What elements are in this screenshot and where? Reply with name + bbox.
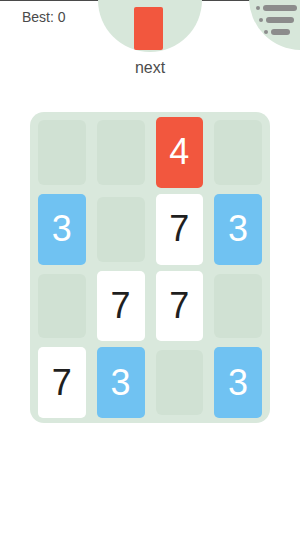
- menu-list-icon-bar: [263, 5, 297, 11]
- board-cell: [214, 274, 262, 339]
- next-tile-preview: [134, 7, 163, 50]
- tile-4[interactable]: 4: [156, 117, 204, 188]
- empty-slot: [38, 274, 86, 339]
- board-cell: 3: [38, 197, 86, 262]
- tile-7[interactable]: 7: [97, 271, 145, 342]
- board-cell: [38, 120, 86, 185]
- tile-3[interactable]: 3: [214, 347, 262, 418]
- menu-list-icon-dot: [259, 18, 263, 22]
- tile-3[interactable]: 3: [214, 194, 262, 265]
- empty-slot: [38, 120, 86, 185]
- board-cell: 3: [214, 350, 262, 415]
- board-cell: [97, 197, 145, 262]
- tile-7[interactable]: 7: [156, 271, 204, 342]
- board-cell: [38, 274, 86, 339]
- empty-slot: [97, 197, 145, 262]
- menu-list-icon-bar: [266, 17, 294, 23]
- next-label: next: [98, 59, 202, 77]
- menu-list-icon-dot: [256, 6, 260, 10]
- board-cell: 7: [97, 274, 145, 339]
- menu-list-icon-bar: [271, 29, 290, 35]
- best-score-label: Best: 0: [22, 9, 66, 25]
- board-cell: [214, 120, 262, 185]
- tile-3[interactable]: 3: [97, 347, 145, 418]
- board-cell: [97, 120, 145, 185]
- board-cell: 7: [156, 274, 204, 339]
- board-cell: 7: [38, 350, 86, 415]
- board-cell: 4: [156, 120, 204, 185]
- menu-list-icon-dot: [264, 30, 268, 34]
- board-cell: 7: [156, 197, 204, 262]
- board-cell: 3: [214, 197, 262, 262]
- tile-3[interactable]: 3: [38, 194, 86, 265]
- empty-slot: [156, 350, 204, 415]
- tile-7[interactable]: 7: [38, 347, 86, 418]
- empty-slot: [214, 274, 262, 339]
- empty-slot: [97, 120, 145, 185]
- board[interactable]: 437377733: [30, 112, 270, 423]
- board-cell: [156, 350, 204, 415]
- board-cell: 3: [97, 350, 145, 415]
- tile-7[interactable]: 7: [156, 194, 204, 265]
- game-screen: Best: 0 next 437377733: [0, 0, 300, 533]
- empty-slot: [214, 120, 262, 185]
